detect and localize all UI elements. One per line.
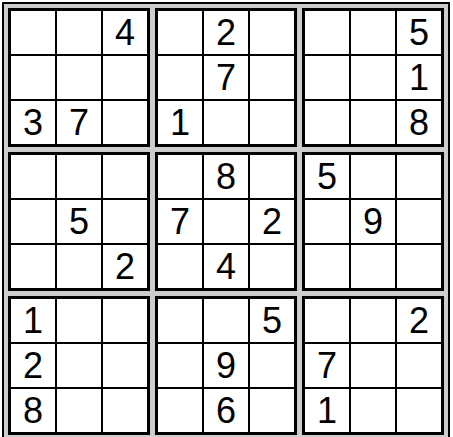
cell-r7c6[interactable]: 5 (250, 299, 294, 342)
cell-r6c1[interactable] (11, 245, 55, 288)
cell-r3c2[interactable]: 7 (57, 101, 101, 144)
board-frame: 4 3 7 2 7 1 5 (2, 2, 450, 437)
cell-r9c7[interactable]: 1 (305, 389, 349, 432)
cell-r9c5[interactable]: 6 (204, 389, 248, 432)
cell-r8c9[interactable] (397, 344, 441, 387)
cell-r1c3[interactable]: 4 (103, 11, 147, 54)
cell-r8c3[interactable] (103, 344, 147, 387)
box-2: 2 7 1 (155, 8, 297, 147)
cell-r5c3[interactable] (103, 200, 147, 243)
box-9: 2 7 1 (302, 296, 444, 435)
cell-r6c5[interactable]: 4 (204, 245, 248, 288)
cell-r5c1[interactable] (11, 200, 55, 243)
cell-r9c9[interactable] (397, 389, 441, 432)
cell-r6c7[interactable] (305, 245, 349, 288)
cell-r7c5[interactable] (204, 299, 248, 342)
cell-r9c4[interactable] (158, 389, 202, 432)
cell-r4c6[interactable] (250, 155, 294, 198)
cell-r5c9[interactable] (397, 200, 441, 243)
cell-r3c7[interactable] (305, 101, 349, 144)
cell-r9c2[interactable] (57, 389, 101, 432)
cell-r8c2[interactable] (57, 344, 101, 387)
cell-r8c6[interactable] (250, 344, 294, 387)
cell-r6c6[interactable] (250, 245, 294, 288)
cell-r4c2[interactable] (57, 155, 101, 198)
cell-r7c3[interactable] (103, 299, 147, 342)
cell-r8c7[interactable]: 7 (305, 344, 349, 387)
cell-r5c4[interactable]: 7 (158, 200, 202, 243)
cell-r2c9[interactable]: 1 (397, 56, 441, 99)
cell-r4c9[interactable] (397, 155, 441, 198)
cell-r1c5[interactable]: 2 (204, 11, 248, 54)
cell-r2c2[interactable] (57, 56, 101, 99)
cell-r5c5[interactable] (204, 200, 248, 243)
cell-r7c8[interactable] (351, 299, 395, 342)
cell-r8c8[interactable] (351, 344, 395, 387)
cell-r2c1[interactable] (11, 56, 55, 99)
cell-r7c9[interactable]: 2 (397, 299, 441, 342)
cell-r7c1[interactable]: 1 (11, 299, 55, 342)
cell-r4c4[interactable] (158, 155, 202, 198)
box-8: 5 9 6 (155, 296, 297, 435)
cell-r7c2[interactable] (57, 299, 101, 342)
cell-r5c7[interactable] (305, 200, 349, 243)
cell-r9c3[interactable] (103, 389, 147, 432)
cell-r9c1[interactable]: 8 (11, 389, 55, 432)
cell-r1c6[interactable] (250, 11, 294, 54)
cell-r8c4[interactable] (158, 344, 202, 387)
cell-r2c7[interactable] (305, 56, 349, 99)
cell-r6c8[interactable] (351, 245, 395, 288)
sudoku-board: 4 3 7 2 7 1 5 (8, 8, 444, 435)
cell-r3c9[interactable]: 8 (397, 101, 441, 144)
cell-r4c5[interactable]: 8 (204, 155, 248, 198)
box-7: 1 2 8 (8, 296, 150, 435)
cell-r7c4[interactable] (158, 299, 202, 342)
cell-r6c9[interactable] (397, 245, 441, 288)
cell-r1c9[interactable]: 5 (397, 11, 441, 54)
cell-r2c8[interactable] (351, 56, 395, 99)
cell-r6c4[interactable] (158, 245, 202, 288)
cell-r8c5[interactable]: 9 (204, 344, 248, 387)
cell-r6c3[interactable]: 2 (103, 245, 147, 288)
page: 4 3 7 2 7 1 5 (0, 0, 453, 437)
cell-r1c8[interactable] (351, 11, 395, 54)
cell-r5c2[interactable]: 5 (57, 200, 101, 243)
cell-r3c4[interactable]: 1 (158, 101, 202, 144)
cell-r1c4[interactable] (158, 11, 202, 54)
box-1: 4 3 7 (8, 8, 150, 147)
cell-r1c1[interactable] (11, 11, 55, 54)
cell-r4c3[interactable] (103, 155, 147, 198)
cell-r2c4[interactable] (158, 56, 202, 99)
cell-r5c6[interactable]: 2 (250, 200, 294, 243)
box-6: 5 9 (302, 152, 444, 291)
cell-r1c2[interactable] (57, 11, 101, 54)
cell-r1c7[interactable] (305, 11, 349, 54)
cell-r7c7[interactable] (305, 299, 349, 342)
cell-r4c8[interactable] (351, 155, 395, 198)
cell-r3c5[interactable] (204, 101, 248, 144)
cell-r3c3[interactable] (103, 101, 147, 144)
cell-r3c1[interactable]: 3 (11, 101, 55, 144)
box-3: 5 1 8 (302, 8, 444, 147)
cell-r9c8[interactable] (351, 389, 395, 432)
cell-r2c5[interactable]: 7 (204, 56, 248, 99)
cell-r2c3[interactable] (103, 56, 147, 99)
cell-r9c6[interactable] (250, 389, 294, 432)
cell-r5c8[interactable]: 9 (351, 200, 395, 243)
cell-r3c8[interactable] (351, 101, 395, 144)
cell-r6c2[interactable] (57, 245, 101, 288)
cell-r8c1[interactable]: 2 (11, 344, 55, 387)
cell-r4c7[interactable]: 5 (305, 155, 349, 198)
cell-r4c1[interactable] (11, 155, 55, 198)
box-5: 8 7 2 4 (155, 152, 297, 291)
cell-r3c6[interactable] (250, 101, 294, 144)
cell-r2c6[interactable] (250, 56, 294, 99)
box-4: 5 2 (8, 152, 150, 291)
